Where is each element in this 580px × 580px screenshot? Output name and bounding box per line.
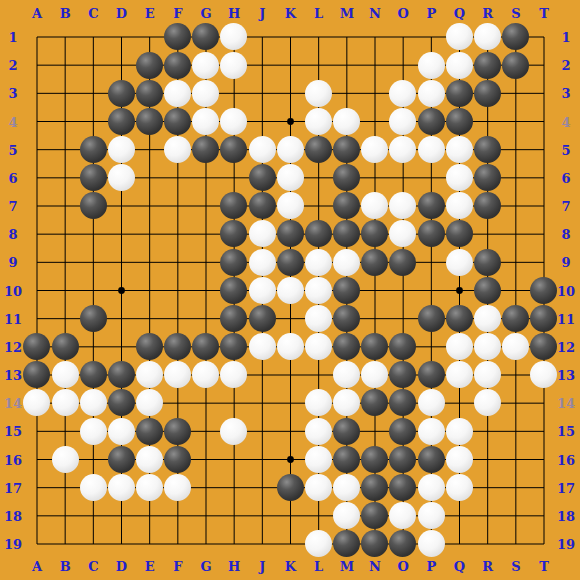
- board-point-E11[interactable]: [135, 304, 163, 332]
- board-point-D12[interactable]: [107, 333, 135, 361]
- board-point-S8[interactable]: [501, 220, 529, 248]
- board-point-A17[interactable]: [23, 473, 51, 501]
- board-point-N7[interactable]: [361, 192, 389, 220]
- board-point-O5[interactable]: [389, 135, 417, 163]
- board-point-L11[interactable]: [304, 304, 332, 332]
- board-point-M12[interactable]: [333, 333, 361, 361]
- board-point-R10[interactable]: [473, 276, 501, 304]
- board-point-T9[interactable]: [530, 248, 558, 276]
- board-point-A12[interactable]: [23, 333, 51, 361]
- board-point-G4[interactable]: [192, 107, 220, 135]
- board-point-M5[interactable]: [333, 135, 361, 163]
- board-point-O4[interactable]: [389, 107, 417, 135]
- board-point-F19[interactable]: [164, 530, 192, 558]
- board-point-R2[interactable]: [473, 51, 501, 79]
- board-point-K11[interactable]: [276, 304, 304, 332]
- board-point-H16[interactable]: [220, 445, 248, 473]
- board-point-K13[interactable]: [276, 361, 304, 389]
- board-point-F5[interactable]: [164, 135, 192, 163]
- board-point-O8[interactable]: [389, 220, 417, 248]
- board-point-M16[interactable]: [333, 445, 361, 473]
- board-point-D14[interactable]: [107, 389, 135, 417]
- board-point-M3[interactable]: [333, 79, 361, 107]
- board-point-E7[interactable]: [135, 192, 163, 220]
- board-point-A2[interactable]: [23, 51, 51, 79]
- board-point-F2[interactable]: [164, 51, 192, 79]
- board-point-B1[interactable]: [51, 23, 79, 51]
- board-point-M15[interactable]: [333, 417, 361, 445]
- board-point-S13[interactable]: [501, 361, 529, 389]
- board-point-P13[interactable]: [417, 361, 445, 389]
- board-point-H15[interactable]: [220, 417, 248, 445]
- board-point-Q13[interactable]: [445, 361, 473, 389]
- board-point-Q4[interactable]: [445, 107, 473, 135]
- board-point-T18[interactable]: [530, 501, 558, 529]
- board-point-D17[interactable]: [107, 473, 135, 501]
- board-point-H10[interactable]: [220, 276, 248, 304]
- board-point-S19[interactable]: [501, 530, 529, 558]
- board-point-M19[interactable]: [333, 530, 361, 558]
- board-point-J4[interactable]: [248, 107, 276, 135]
- board-point-F17[interactable]: [164, 473, 192, 501]
- board-point-N17[interactable]: [361, 473, 389, 501]
- board-point-C16[interactable]: [79, 445, 107, 473]
- board-point-N3[interactable]: [361, 79, 389, 107]
- board-point-S17[interactable]: [501, 473, 529, 501]
- board-point-N9[interactable]: [361, 248, 389, 276]
- board-point-C19[interactable]: [79, 530, 107, 558]
- board-point-D11[interactable]: [107, 304, 135, 332]
- board-point-L4[interactable]: [304, 107, 332, 135]
- board-point-J3[interactable]: [248, 79, 276, 107]
- board-point-N10[interactable]: [361, 276, 389, 304]
- board-point-H6[interactable]: [220, 164, 248, 192]
- board-point-T7[interactable]: [530, 192, 558, 220]
- board-point-A11[interactable]: [23, 304, 51, 332]
- board-point-G13[interactable]: [192, 361, 220, 389]
- board-point-G17[interactable]: [192, 473, 220, 501]
- board-point-R6[interactable]: [473, 164, 501, 192]
- board-point-K17[interactable]: [276, 473, 304, 501]
- board-point-K9[interactable]: [276, 248, 304, 276]
- board-point-L19[interactable]: [304, 530, 332, 558]
- board-point-L7[interactable]: [304, 192, 332, 220]
- board-point-R12[interactable]: [473, 333, 501, 361]
- board-point-A9[interactable]: [23, 248, 51, 276]
- board-point-E2[interactable]: [135, 51, 163, 79]
- board-point-L5[interactable]: [304, 135, 332, 163]
- board-point-M7[interactable]: [333, 192, 361, 220]
- board-point-S3[interactable]: [501, 79, 529, 107]
- board-point-L18[interactable]: [304, 501, 332, 529]
- board-point-L15[interactable]: [304, 417, 332, 445]
- board-point-N5[interactable]: [361, 135, 389, 163]
- board-point-K2[interactable]: [276, 51, 304, 79]
- board-point-H8[interactable]: [220, 220, 248, 248]
- board-point-K18[interactable]: [276, 501, 304, 529]
- board-point-Q9[interactable]: [445, 248, 473, 276]
- board-point-J9[interactable]: [248, 248, 276, 276]
- board-point-Q6[interactable]: [445, 164, 473, 192]
- board-point-S7[interactable]: [501, 192, 529, 220]
- board-point-P3[interactable]: [417, 79, 445, 107]
- board-point-R1[interactable]: [473, 23, 501, 51]
- board-point-N14[interactable]: [361, 389, 389, 417]
- board-point-O10[interactable]: [389, 276, 417, 304]
- board-point-R3[interactable]: [473, 79, 501, 107]
- board-point-P9[interactable]: [417, 248, 445, 276]
- board-point-J15[interactable]: [248, 417, 276, 445]
- board-point-C17[interactable]: [79, 473, 107, 501]
- board-point-C2[interactable]: [79, 51, 107, 79]
- board-point-G8[interactable]: [192, 220, 220, 248]
- board-point-O17[interactable]: [389, 473, 417, 501]
- board-point-N12[interactable]: [361, 333, 389, 361]
- board-point-E9[interactable]: [135, 248, 163, 276]
- board-point-C15[interactable]: [79, 417, 107, 445]
- board-point-J14[interactable]: [248, 389, 276, 417]
- board-point-J10[interactable]: [248, 276, 276, 304]
- board-point-S1[interactable]: [501, 23, 529, 51]
- board-point-N2[interactable]: [361, 51, 389, 79]
- board-point-N15[interactable]: [361, 417, 389, 445]
- board-point-S15[interactable]: [501, 417, 529, 445]
- board-point-A1[interactable]: [23, 23, 51, 51]
- board-point-E16[interactable]: [135, 445, 163, 473]
- board-point-B14[interactable]: [51, 389, 79, 417]
- board-point-S18[interactable]: [501, 501, 529, 529]
- board-point-A10[interactable]: [23, 276, 51, 304]
- board-point-N18[interactable]: [361, 501, 389, 529]
- board-point-E15[interactable]: [135, 417, 163, 445]
- board-point-F7[interactable]: [164, 192, 192, 220]
- board-point-P7[interactable]: [417, 192, 445, 220]
- board-point-R11[interactable]: [473, 304, 501, 332]
- board-point-L2[interactable]: [304, 51, 332, 79]
- board-point-K7[interactable]: [276, 192, 304, 220]
- board-point-K3[interactable]: [276, 79, 304, 107]
- board-point-D6[interactable]: [107, 164, 135, 192]
- board-point-L13[interactable]: [304, 361, 332, 389]
- board-point-N1[interactable]: [361, 23, 389, 51]
- board-point-B10[interactable]: [51, 276, 79, 304]
- board-point-A13[interactable]: [23, 361, 51, 389]
- board-point-J8[interactable]: [248, 220, 276, 248]
- board-point-H9[interactable]: [220, 248, 248, 276]
- board-point-J6[interactable]: [248, 164, 276, 192]
- board-point-M8[interactable]: [333, 220, 361, 248]
- board-point-P8[interactable]: [417, 220, 445, 248]
- board-point-O18[interactable]: [389, 501, 417, 529]
- board-point-O9[interactable]: [389, 248, 417, 276]
- board-point-B7[interactable]: [51, 192, 79, 220]
- board-point-T6[interactable]: [530, 164, 558, 192]
- board-point-D2[interactable]: [107, 51, 135, 79]
- board-point-K5[interactable]: [276, 135, 304, 163]
- board-point-E3[interactable]: [135, 79, 163, 107]
- board-point-B11[interactable]: [51, 304, 79, 332]
- board-point-C8[interactable]: [79, 220, 107, 248]
- board-point-H2[interactable]: [220, 51, 248, 79]
- board-point-Q10[interactable]: [445, 276, 473, 304]
- board-point-L17[interactable]: [304, 473, 332, 501]
- board-point-R7[interactable]: [473, 192, 501, 220]
- board-point-H14[interactable]: [220, 389, 248, 417]
- board-point-O6[interactable]: [389, 164, 417, 192]
- board-point-F1[interactable]: [164, 23, 192, 51]
- board-point-A8[interactable]: [23, 220, 51, 248]
- board-point-E4[interactable]: [135, 107, 163, 135]
- board-point-Q19[interactable]: [445, 530, 473, 558]
- board-point-P15[interactable]: [417, 417, 445, 445]
- board-point-E8[interactable]: [135, 220, 163, 248]
- board-point-R8[interactable]: [473, 220, 501, 248]
- board-point-F14[interactable]: [164, 389, 192, 417]
- board-point-A7[interactable]: [23, 192, 51, 220]
- board-point-E5[interactable]: [135, 135, 163, 163]
- board-point-R5[interactable]: [473, 135, 501, 163]
- board-point-P16[interactable]: [417, 445, 445, 473]
- board-point-A4[interactable]: [23, 107, 51, 135]
- board-point-G6[interactable]: [192, 164, 220, 192]
- board-point-P19[interactable]: [417, 530, 445, 558]
- board-point-S9[interactable]: [501, 248, 529, 276]
- board-point-A16[interactable]: [23, 445, 51, 473]
- board-point-A18[interactable]: [23, 501, 51, 529]
- board-point-O14[interactable]: [389, 389, 417, 417]
- board-point-N13[interactable]: [361, 361, 389, 389]
- board-point-R4[interactable]: [473, 107, 501, 135]
- board-point-B17[interactable]: [51, 473, 79, 501]
- board-point-D13[interactable]: [107, 361, 135, 389]
- board-point-B5[interactable]: [51, 135, 79, 163]
- board-point-F18[interactable]: [164, 501, 192, 529]
- board-point-T16[interactable]: [530, 445, 558, 473]
- board-point-C6[interactable]: [79, 164, 107, 192]
- board-point-Q2[interactable]: [445, 51, 473, 79]
- board-point-B3[interactable]: [51, 79, 79, 107]
- board-point-F8[interactable]: [164, 220, 192, 248]
- board-point-D8[interactable]: [107, 220, 135, 248]
- board-point-O3[interactable]: [389, 79, 417, 107]
- board-point-B4[interactable]: [51, 107, 79, 135]
- board-point-E6[interactable]: [135, 164, 163, 192]
- board-point-L12[interactable]: [304, 333, 332, 361]
- board-point-M1[interactable]: [333, 23, 361, 51]
- board-point-M11[interactable]: [333, 304, 361, 332]
- board-point-J5[interactable]: [248, 135, 276, 163]
- board-point-S4[interactable]: [501, 107, 529, 135]
- board-point-C3[interactable]: [79, 79, 107, 107]
- board-point-P2[interactable]: [417, 51, 445, 79]
- board-point-M13[interactable]: [333, 361, 361, 389]
- board-point-Q15[interactable]: [445, 417, 473, 445]
- board-point-A3[interactable]: [23, 79, 51, 107]
- board-point-E1[interactable]: [135, 23, 163, 51]
- board-point-Q1[interactable]: [445, 23, 473, 51]
- board-point-A14[interactable]: [23, 389, 51, 417]
- board-point-Q11[interactable]: [445, 304, 473, 332]
- board-point-C11[interactable]: [79, 304, 107, 332]
- board-point-M10[interactable]: [333, 276, 361, 304]
- board-point-R9[interactable]: [473, 248, 501, 276]
- board-point-D3[interactable]: [107, 79, 135, 107]
- board-point-O2[interactable]: [389, 51, 417, 79]
- board-point-D10[interactable]: [107, 276, 135, 304]
- board-point-H12[interactable]: [220, 333, 248, 361]
- board-point-T14[interactable]: [530, 389, 558, 417]
- board-point-E10[interactable]: [135, 276, 163, 304]
- board-point-C7[interactable]: [79, 192, 107, 220]
- board-point-K6[interactable]: [276, 164, 304, 192]
- board-point-T19[interactable]: [530, 530, 558, 558]
- board-point-F9[interactable]: [164, 248, 192, 276]
- board-point-J17[interactable]: [248, 473, 276, 501]
- board-point-F13[interactable]: [164, 361, 192, 389]
- board-point-G2[interactable]: [192, 51, 220, 79]
- board-point-P4[interactable]: [417, 107, 445, 135]
- board-point-E18[interactable]: [135, 501, 163, 529]
- board-point-P14[interactable]: [417, 389, 445, 417]
- board-point-N4[interactable]: [361, 107, 389, 135]
- board-point-J2[interactable]: [248, 51, 276, 79]
- board-point-M2[interactable]: [333, 51, 361, 79]
- board-point-E17[interactable]: [135, 473, 163, 501]
- board-point-Q12[interactable]: [445, 333, 473, 361]
- board-point-F4[interactable]: [164, 107, 192, 135]
- board-point-O11[interactable]: [389, 304, 417, 332]
- board-point-S6[interactable]: [501, 164, 529, 192]
- board-point-K1[interactable]: [276, 23, 304, 51]
- board-point-O1[interactable]: [389, 23, 417, 51]
- board-point-J1[interactable]: [248, 23, 276, 51]
- board-point-D16[interactable]: [107, 445, 135, 473]
- board-point-Q3[interactable]: [445, 79, 473, 107]
- board-point-T1[interactable]: [530, 23, 558, 51]
- board-point-H11[interactable]: [220, 304, 248, 332]
- board-point-R16[interactable]: [473, 445, 501, 473]
- board-point-F3[interactable]: [164, 79, 192, 107]
- board-point-N6[interactable]: [361, 164, 389, 192]
- board-point-B6[interactable]: [51, 164, 79, 192]
- board-point-D9[interactable]: [107, 248, 135, 276]
- board-point-A6[interactable]: [23, 164, 51, 192]
- board-point-K19[interactable]: [276, 530, 304, 558]
- board-point-N16[interactable]: [361, 445, 389, 473]
- board-point-F6[interactable]: [164, 164, 192, 192]
- board-point-S16[interactable]: [501, 445, 529, 473]
- board-point-T17[interactable]: [530, 473, 558, 501]
- board-point-E12[interactable]: [135, 333, 163, 361]
- board-point-R17[interactable]: [473, 473, 501, 501]
- board-point-J18[interactable]: [248, 501, 276, 529]
- board-point-D7[interactable]: [107, 192, 135, 220]
- board-point-B13[interactable]: [51, 361, 79, 389]
- board-point-R15[interactable]: [473, 417, 501, 445]
- board-point-B12[interactable]: [51, 333, 79, 361]
- board-point-J7[interactable]: [248, 192, 276, 220]
- board-point-J13[interactable]: [248, 361, 276, 389]
- board-point-B16[interactable]: [51, 445, 79, 473]
- board-point-T3[interactable]: [530, 79, 558, 107]
- board-point-C14[interactable]: [79, 389, 107, 417]
- board-point-P17[interactable]: [417, 473, 445, 501]
- board-point-S14[interactable]: [501, 389, 529, 417]
- board-point-H5[interactable]: [220, 135, 248, 163]
- board-point-D19[interactable]: [107, 530, 135, 558]
- board-point-L9[interactable]: [304, 248, 332, 276]
- board-point-G11[interactable]: [192, 304, 220, 332]
- board-point-H19[interactable]: [220, 530, 248, 558]
- board-point-Q8[interactable]: [445, 220, 473, 248]
- board-point-A19[interactable]: [23, 530, 51, 558]
- board-point-F16[interactable]: [164, 445, 192, 473]
- board-point-B15[interactable]: [51, 417, 79, 445]
- board-point-D4[interactable]: [107, 107, 135, 135]
- board-point-T12[interactable]: [530, 333, 558, 361]
- board-point-C12[interactable]: [79, 333, 107, 361]
- board-point-H3[interactable]: [220, 79, 248, 107]
- board-point-G1[interactable]: [192, 23, 220, 51]
- board-point-L16[interactable]: [304, 445, 332, 473]
- board-point-R18[interactable]: [473, 501, 501, 529]
- board-point-D18[interactable]: [107, 501, 135, 529]
- board-point-Q16[interactable]: [445, 445, 473, 473]
- board-point-C5[interactable]: [79, 135, 107, 163]
- board-point-J12[interactable]: [248, 333, 276, 361]
- board-point-M18[interactable]: [333, 501, 361, 529]
- board-point-T5[interactable]: [530, 135, 558, 163]
- board-point-E13[interactable]: [135, 361, 163, 389]
- board-point-N19[interactable]: [361, 530, 389, 558]
- board-point-T11[interactable]: [530, 304, 558, 332]
- board-point-J19[interactable]: [248, 530, 276, 558]
- board-point-H1[interactable]: [220, 23, 248, 51]
- board-point-K8[interactable]: [276, 220, 304, 248]
- board-point-B8[interactable]: [51, 220, 79, 248]
- board-point-S11[interactable]: [501, 304, 529, 332]
- board-point-P12[interactable]: [417, 333, 445, 361]
- board-point-L3[interactable]: [304, 79, 332, 107]
- board-point-G7[interactable]: [192, 192, 220, 220]
- board-point-G3[interactable]: [192, 79, 220, 107]
- board-point-H7[interactable]: [220, 192, 248, 220]
- board-point-F15[interactable]: [164, 417, 192, 445]
- board-point-G10[interactable]: [192, 276, 220, 304]
- board-point-M17[interactable]: [333, 473, 361, 501]
- board-point-P11[interactable]: [417, 304, 445, 332]
- board-point-O19[interactable]: [389, 530, 417, 558]
- board-point-O13[interactable]: [389, 361, 417, 389]
- board-point-B18[interactable]: [51, 501, 79, 529]
- board-point-B9[interactable]: [51, 248, 79, 276]
- board-point-O15[interactable]: [389, 417, 417, 445]
- board-point-P6[interactable]: [417, 164, 445, 192]
- board-point-G12[interactable]: [192, 333, 220, 361]
- board-point-K15[interactable]: [276, 417, 304, 445]
- board-point-R13[interactable]: [473, 361, 501, 389]
- board-point-Q7[interactable]: [445, 192, 473, 220]
- board-point-A5[interactable]: [23, 135, 51, 163]
- board-point-O12[interactable]: [389, 333, 417, 361]
- board-point-D15[interactable]: [107, 417, 135, 445]
- board-point-P18[interactable]: [417, 501, 445, 529]
- board-point-T4[interactable]: [530, 107, 558, 135]
- board-point-F11[interactable]: [164, 304, 192, 332]
- board-point-O7[interactable]: [389, 192, 417, 220]
- board-point-T15[interactable]: [530, 417, 558, 445]
- board-point-K16[interactable]: [276, 445, 304, 473]
